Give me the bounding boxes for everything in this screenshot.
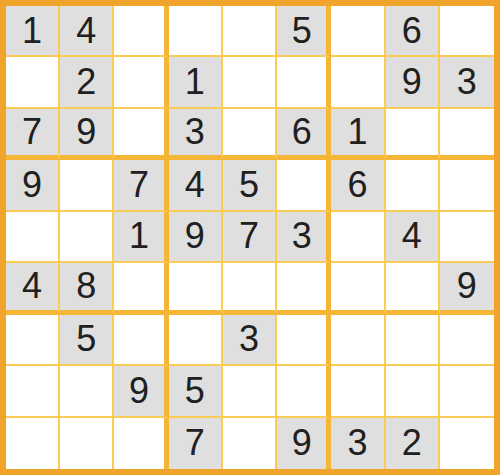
cell-r2c2[interactable]: 2 xyxy=(60,57,114,108)
cell-r1c4[interactable] xyxy=(169,6,223,57)
cell-r8c3[interactable]: 9 xyxy=(114,366,168,417)
cell-r3c4[interactable]: 3 xyxy=(169,109,223,160)
cell-r6c7[interactable] xyxy=(331,263,385,314)
cell-r6c5[interactable] xyxy=(223,263,277,314)
cell-r9c9[interactable] xyxy=(440,418,494,469)
sudoku-board: 1456219379361974561973448953957932 xyxy=(0,0,500,475)
cell-r6c6[interactable] xyxy=(277,263,331,314)
cell-r1c1[interactable]: 1 xyxy=(6,6,60,57)
cell-r2c1[interactable] xyxy=(6,57,60,108)
cell-r3c8[interactable] xyxy=(386,109,440,160)
cell-r2c8[interactable]: 9 xyxy=(386,57,440,108)
cell-r5c7[interactable] xyxy=(331,212,385,263)
cell-r7c3[interactable] xyxy=(114,315,168,366)
cell-r4c4[interactable]: 4 xyxy=(169,160,223,211)
cell-r5c4[interactable]: 9 xyxy=(169,212,223,263)
cell-r2c9[interactable]: 3 xyxy=(440,57,494,108)
cell-r3c1[interactable]: 7 xyxy=(6,109,60,160)
cell-r8c7[interactable] xyxy=(331,366,385,417)
cell-r2c3[interactable] xyxy=(114,57,168,108)
cell-r8c6[interactable] xyxy=(277,366,331,417)
cell-r5c2[interactable] xyxy=(60,212,114,263)
cell-r9c4[interactable]: 7 xyxy=(169,418,223,469)
cell-r5c1[interactable] xyxy=(6,212,60,263)
cell-r5c6[interactable]: 3 xyxy=(277,212,331,263)
cell-r9c7[interactable]: 3 xyxy=(331,418,385,469)
cell-r4c9[interactable] xyxy=(440,160,494,211)
cell-r9c1[interactable] xyxy=(6,418,60,469)
cell-r1c9[interactable] xyxy=(440,6,494,57)
cell-r7c4[interactable] xyxy=(169,315,223,366)
cell-r9c2[interactable] xyxy=(60,418,114,469)
cell-r9c3[interactable] xyxy=(114,418,168,469)
cell-r5c5[interactable]: 7 xyxy=(223,212,277,263)
cell-r1c5[interactable] xyxy=(223,6,277,57)
cell-r6c4[interactable] xyxy=(169,263,223,314)
cell-r6c3[interactable] xyxy=(114,263,168,314)
cell-r1c8[interactable]: 6 xyxy=(386,6,440,57)
cell-r3c5[interactable] xyxy=(223,109,277,160)
cell-r6c2[interactable]: 8 xyxy=(60,263,114,314)
cell-r1c6[interactable]: 5 xyxy=(277,6,331,57)
cell-r9c6[interactable]: 9 xyxy=(277,418,331,469)
cell-r1c2[interactable]: 4 xyxy=(60,6,114,57)
cell-r3c9[interactable] xyxy=(440,109,494,160)
cell-r9c5[interactable] xyxy=(223,418,277,469)
cell-r7c5[interactable]: 3 xyxy=(223,315,277,366)
cell-r7c7[interactable] xyxy=(331,315,385,366)
cell-r2c4[interactable]: 1 xyxy=(169,57,223,108)
cell-r4c2[interactable] xyxy=(60,160,114,211)
cell-r4c7[interactable]: 6 xyxy=(331,160,385,211)
cell-r4c5[interactable]: 5 xyxy=(223,160,277,211)
cell-r8c5[interactable] xyxy=(223,366,277,417)
cell-r1c3[interactable] xyxy=(114,6,168,57)
cell-r6c1[interactable]: 4 xyxy=(6,263,60,314)
cell-r2c6[interactable] xyxy=(277,57,331,108)
cell-r8c9[interactable] xyxy=(440,366,494,417)
cell-r7c1[interactable] xyxy=(6,315,60,366)
cell-r5c3[interactable]: 1 xyxy=(114,212,168,263)
cell-r6c9[interactable]: 9 xyxy=(440,263,494,314)
cell-r8c4[interactable]: 5 xyxy=(169,366,223,417)
cell-r9c8[interactable]: 2 xyxy=(386,418,440,469)
cell-r4c8[interactable] xyxy=(386,160,440,211)
cell-r3c2[interactable]: 9 xyxy=(60,109,114,160)
cell-r3c6[interactable]: 6 xyxy=(277,109,331,160)
cell-r4c3[interactable]: 7 xyxy=(114,160,168,211)
cell-r1c7[interactable] xyxy=(331,6,385,57)
cell-r4c6[interactable] xyxy=(277,160,331,211)
cell-r3c7[interactable]: 1 xyxy=(331,109,385,160)
cell-r8c8[interactable] xyxy=(386,366,440,417)
cell-r3c3[interactable] xyxy=(114,109,168,160)
cell-r6c8[interactable] xyxy=(386,263,440,314)
cell-r7c6[interactable] xyxy=(277,315,331,366)
cell-r4c1[interactable]: 9 xyxy=(6,160,60,211)
cell-r7c8[interactable] xyxy=(386,315,440,366)
cell-r7c2[interactable]: 5 xyxy=(60,315,114,366)
cell-r8c2[interactable] xyxy=(60,366,114,417)
cell-r5c8[interactable]: 4 xyxy=(386,212,440,263)
cell-r5c9[interactable] xyxy=(440,212,494,263)
cell-r7c9[interactable] xyxy=(440,315,494,366)
cell-r8c1[interactable] xyxy=(6,366,60,417)
cell-r2c7[interactable] xyxy=(331,57,385,108)
cell-r2c5[interactable] xyxy=(223,57,277,108)
